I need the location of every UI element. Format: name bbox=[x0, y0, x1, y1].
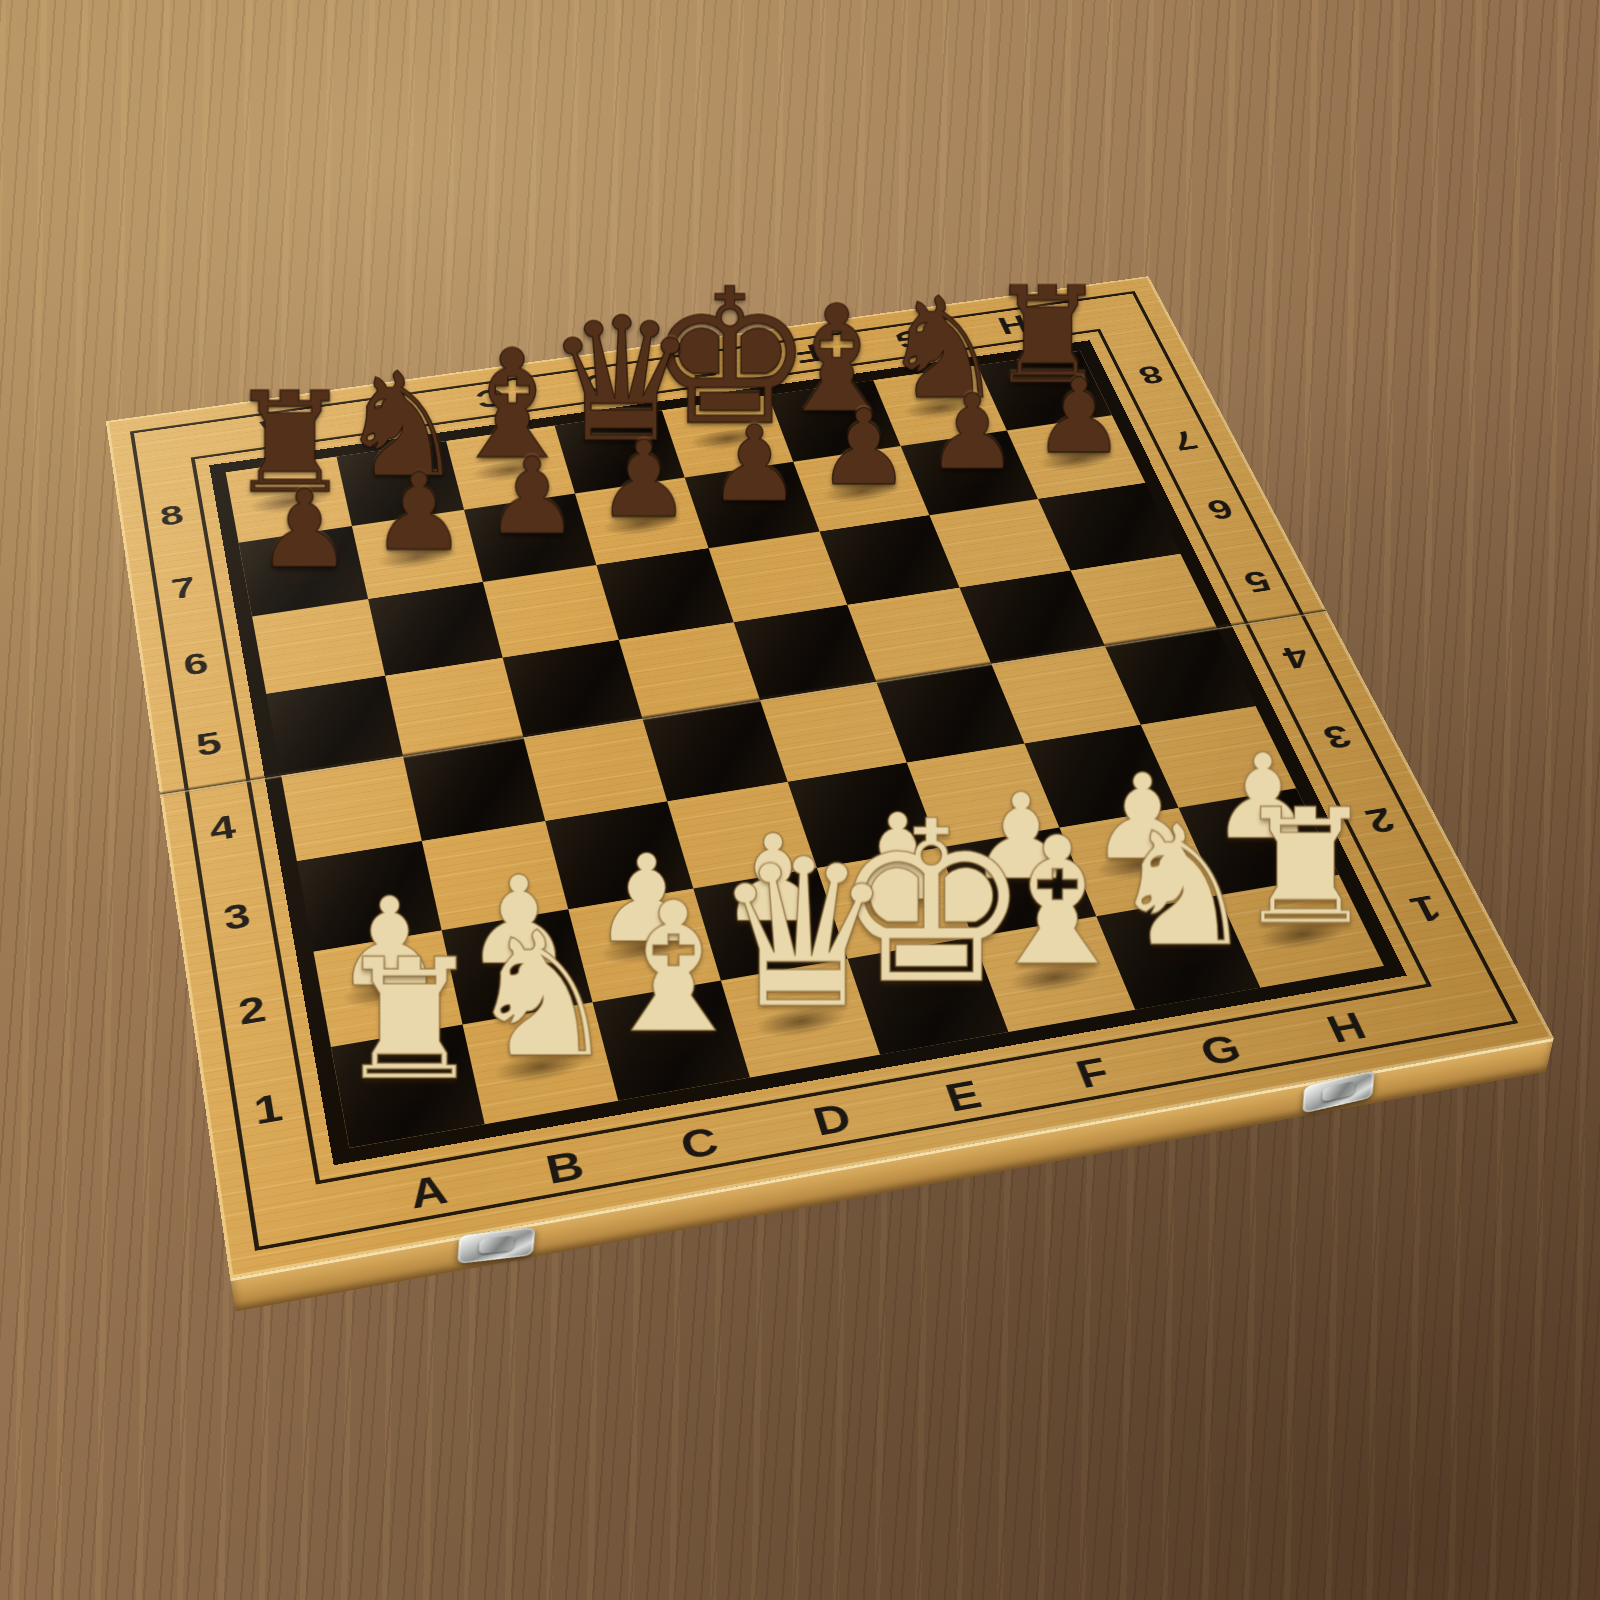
square-b4[interactable] bbox=[403, 737, 545, 841]
table-surface: ABCDEFGH ABCDEFGH 87654321 87654321 ♜♞♝♛… bbox=[0, 0, 1600, 1600]
board-perspective-wrap: ABCDEFGH ABCDEFGH 87654321 87654321 ♜♞♝♛… bbox=[0, 0, 1600, 1600]
board-top-surface: ABCDEFGH ABCDEFGH 87654321 87654321 ♜♞♝♛… bbox=[106, 276, 1554, 1278]
square-c6[interactable] bbox=[483, 565, 619, 658]
black-pawn-glyph: ♟ bbox=[199, 480, 411, 579]
square-b6[interactable] bbox=[368, 582, 503, 676]
white-rook-glyph: ♜ bbox=[286, 944, 534, 1097]
square-e4[interactable] bbox=[760, 682, 907, 782]
chess-board-box: ABCDEFGH ABCDEFGH 87654321 87654321 ♜♞♝♛… bbox=[106, 276, 1554, 1278]
